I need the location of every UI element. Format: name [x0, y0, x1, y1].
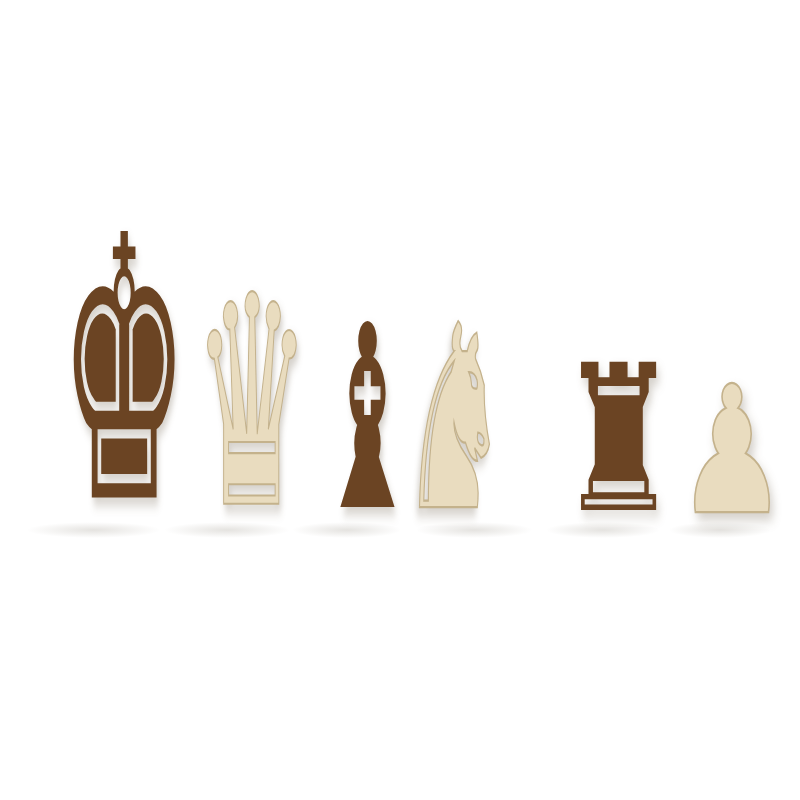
product-photo-scene: ♚ ♛ ♝ ♞ ♜ ♟ — [0, 0, 800, 800]
chess-piece-lineup: ♚ ♛ ♝ ♞ ♜ ♟ — [0, 0, 800, 800]
pawn-glyph: ♟ — [676, 376, 764, 528]
queen-glyph: ♛ — [193, 278, 261, 528]
king-glyph: ♚ — [60, 214, 128, 528]
chess-piece-light-knight: ♞ — [425, 382, 523, 528]
chess-piece-light-queen: ♛ — [174, 352, 280, 528]
chess-piece-dark-bishop: ♝ — [301, 382, 393, 528]
chess-piece-dark-rook: ♜ — [555, 403, 651, 528]
chess-piece-light-pawn: ♟ — [677, 423, 763, 528]
knight-glyph: ♞ — [439, 309, 510, 528]
rook-glyph: ♜ — [559, 353, 647, 528]
chess-piece-dark-king: ♚ — [37, 322, 150, 528]
bishop-glyph: ♝ — [316, 309, 379, 528]
